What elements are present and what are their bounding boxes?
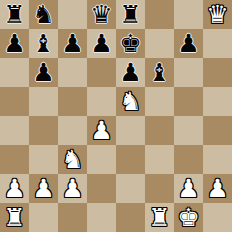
square-h8[interactable]: ♛ (203, 0, 232, 29)
square-f7[interactable] (145, 29, 174, 58)
square-d3[interactable] (87, 145, 116, 174)
square-b1[interactable] (29, 203, 58, 232)
square-e3[interactable] (116, 145, 145, 174)
square-c1[interactable] (58, 203, 87, 232)
square-g3[interactable] (174, 145, 203, 174)
square-d1[interactable] (87, 203, 116, 232)
square-g1[interactable]: ♚ (174, 203, 203, 232)
square-a2[interactable]: ♟ (0, 174, 29, 203)
square-f2[interactable] (145, 174, 174, 203)
square-e7[interactable]: ♚ (116, 29, 145, 58)
square-a1[interactable]: ♜ (0, 203, 29, 232)
black-rook[interactable]: ♜ (3, 0, 25, 29)
white-pawn[interactable]: ♟ (3, 174, 25, 203)
white-rook[interactable]: ♜ (3, 203, 25, 232)
square-f4[interactable] (145, 116, 174, 145)
square-d5[interactable] (87, 87, 116, 116)
square-g7[interactable]: ♟ (174, 29, 203, 58)
black-pawn[interactable]: ♟ (90, 29, 112, 58)
square-a7[interactable]: ♟ (0, 29, 29, 58)
square-e6[interactable]: ♟ (116, 58, 145, 87)
square-d4[interactable]: ♟ (87, 116, 116, 145)
black-bishop[interactable]: ♝ (148, 58, 170, 87)
square-d6[interactable] (87, 58, 116, 87)
black-pawn[interactable]: ♟ (119, 58, 141, 87)
square-g2[interactable]: ♟ (174, 174, 203, 203)
square-d2[interactable] (87, 174, 116, 203)
square-h6[interactable] (203, 58, 232, 87)
square-c5[interactable] (58, 87, 87, 116)
square-g6[interactable] (174, 58, 203, 87)
square-h4[interactable] (203, 116, 232, 145)
square-h5[interactable] (203, 87, 232, 116)
white-pawn[interactable]: ♟ (61, 174, 83, 203)
white-knight[interactable]: ♞ (61, 145, 83, 174)
square-g5[interactable] (174, 87, 203, 116)
white-queen[interactable]: ♛ (206, 0, 228, 29)
black-pawn[interactable]: ♟ (177, 29, 199, 58)
black-queen[interactable]: ♛ (90, 0, 112, 29)
square-b5[interactable] (29, 87, 58, 116)
square-f3[interactable] (145, 145, 174, 174)
square-f6[interactable]: ♝ (145, 58, 174, 87)
square-e4[interactable] (116, 116, 145, 145)
square-b2[interactable]: ♟ (29, 174, 58, 203)
square-h2[interactable]: ♟ (203, 174, 232, 203)
square-e1[interactable] (116, 203, 145, 232)
square-h7[interactable] (203, 29, 232, 58)
black-king[interactable]: ♚ (119, 29, 141, 58)
square-c3[interactable]: ♞ (58, 145, 87, 174)
square-b6[interactable]: ♟ (29, 58, 58, 87)
square-c2[interactable]: ♟ (58, 174, 87, 203)
square-e5[interactable]: ♞ (116, 87, 145, 116)
square-c8[interactable] (58, 0, 87, 29)
white-king[interactable]: ♚ (177, 203, 199, 232)
square-a6[interactable] (0, 58, 29, 87)
square-f8[interactable] (145, 0, 174, 29)
square-c6[interactable] (58, 58, 87, 87)
black-bishop[interactable]: ♝ (32, 29, 54, 58)
black-pawn[interactable]: ♟ (32, 58, 54, 87)
square-e8[interactable]: ♜ (116, 0, 145, 29)
black-knight[interactable]: ♞ (32, 0, 54, 29)
square-a3[interactable] (0, 145, 29, 174)
white-pawn[interactable]: ♟ (206, 174, 228, 203)
square-d7[interactable]: ♟ (87, 29, 116, 58)
black-pawn[interactable]: ♟ (3, 29, 25, 58)
square-b3[interactable] (29, 145, 58, 174)
white-pawn[interactable]: ♟ (32, 174, 54, 203)
black-rook[interactable]: ♜ (119, 0, 141, 29)
square-h1[interactable] (203, 203, 232, 232)
white-pawn[interactable]: ♟ (177, 174, 199, 203)
square-a5[interactable] (0, 87, 29, 116)
square-h3[interactable] (203, 145, 232, 174)
square-g4[interactable] (174, 116, 203, 145)
square-c4[interactable] (58, 116, 87, 145)
square-a8[interactable]: ♜ (0, 0, 29, 29)
square-g8[interactable] (174, 0, 203, 29)
black-pawn[interactable]: ♟ (61, 29, 83, 58)
square-c7[interactable]: ♟ (58, 29, 87, 58)
white-pawn[interactable]: ♟ (90, 116, 112, 145)
square-e2[interactable] (116, 174, 145, 203)
square-b7[interactable]: ♝ (29, 29, 58, 58)
chess-board: ♜♞♛♜♛♟♝♟♟♚♟♟♟♝♞♟♞♟♟♟♟♟♜♜♚ (0, 0, 232, 232)
white-rook[interactable]: ♜ (148, 203, 170, 232)
white-knight[interactable]: ♞ (119, 87, 141, 116)
square-f5[interactable] (145, 87, 174, 116)
square-b4[interactable] (29, 116, 58, 145)
square-d8[interactable]: ♛ (87, 0, 116, 29)
square-f1[interactable]: ♜ (145, 203, 174, 232)
square-a4[interactable] (0, 116, 29, 145)
square-b8[interactable]: ♞ (29, 0, 58, 29)
